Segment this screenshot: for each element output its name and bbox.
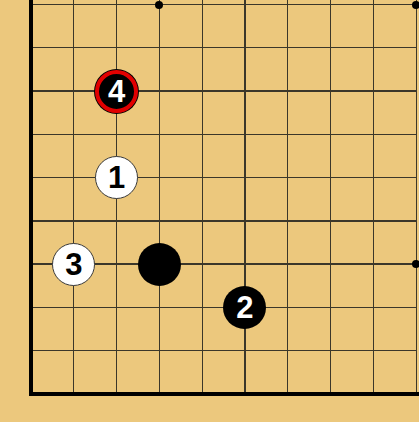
star-point-D10 [155,1,163,9]
stone-label: 2 [236,292,253,323]
star-point-K4 [412,260,419,268]
stone-label: 3 [65,249,82,280]
stone-white-B4[interactable]: 3 [52,243,95,286]
stone-black-C8-last-move-marked[interactable]: 4 [95,70,138,113]
go-board[interactable]: 1234 [0,0,419,422]
stone-black-D4[interactable] [138,243,181,286]
stone-label: 1 [108,162,125,193]
stone-white-C6[interactable]: 1 [95,156,138,199]
star-point-K10 [412,1,419,9]
stone-label: 4 [108,76,125,107]
board-intersections-grid: 1234 [10,0,419,416]
stone-black-F3[interactable]: 2 [223,286,266,329]
